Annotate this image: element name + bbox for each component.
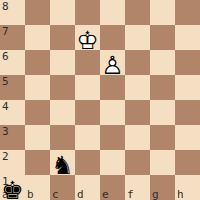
white-pawn-icon: ♙: [100, 50, 125, 75]
square-g6[interactable]: [150, 50, 175, 75]
square-f8[interactable]: [125, 0, 150, 25]
square-e4[interactable]: [100, 100, 125, 125]
square-h7[interactable]: [175, 25, 200, 50]
file-label-h: h: [177, 189, 184, 200]
rank-label-8: 8: [2, 1, 9, 12]
file-label-f: f: [127, 189, 134, 200]
square-g4[interactable]: [150, 100, 175, 125]
square-e2[interactable]: [100, 150, 125, 175]
square-e3[interactable]: [100, 125, 125, 150]
square-b5[interactable]: [25, 75, 50, 100]
black-king-icon: ♚: [0, 175, 25, 200]
square-f2[interactable]: [125, 150, 150, 175]
square-b6[interactable]: [25, 50, 50, 75]
square-f7[interactable]: [125, 25, 150, 50]
square-c5[interactable]: [50, 75, 75, 100]
square-h2[interactable]: [175, 150, 200, 175]
file-label-e: e: [102, 189, 109, 200]
square-g5[interactable]: [150, 75, 175, 100]
square-c2[interactable]: ♞: [50, 150, 75, 175]
piece-black-knight-c2[interactable]: ♞: [50, 150, 75, 175]
square-a1[interactable]: ♚: [0, 175, 25, 200]
rank-label-2: 2: [2, 151, 9, 162]
square-h4[interactable]: [175, 100, 200, 125]
rank-label-4: 4: [2, 101, 9, 112]
square-c6[interactable]: [50, 50, 75, 75]
square-b4[interactable]: [25, 100, 50, 125]
square-c7[interactable]: [50, 25, 75, 50]
piece-white-pawn-e6[interactable]: ♟♙: [100, 50, 125, 75]
square-c3[interactable]: [50, 125, 75, 150]
square-e7[interactable]: [100, 25, 125, 50]
rank-label-6: 6: [2, 51, 9, 62]
black-knight-icon: ♞: [50, 150, 75, 175]
square-d5[interactable]: [75, 75, 100, 100]
rank-label-5: 5: [2, 76, 9, 87]
square-f4[interactable]: [125, 100, 150, 125]
square-h5[interactable]: [175, 75, 200, 100]
file-label-c: c: [52, 189, 59, 200]
piece-black-king-a1[interactable]: ♚: [0, 175, 25, 200]
rank-label-3: 3: [2, 126, 9, 137]
square-g7[interactable]: [150, 25, 175, 50]
square-d7[interactable]: ♚♔: [75, 25, 100, 50]
square-f6[interactable]: [125, 50, 150, 75]
rank-label-7: 7: [2, 26, 9, 37]
square-e6[interactable]: ♟♙: [100, 50, 125, 75]
piece-white-king-d7[interactable]: ♚♔: [75, 25, 100, 50]
chess-board: ♚♔♟♙♞♚87654321abcdefgh: [0, 0, 200, 200]
square-g3[interactable]: [150, 125, 175, 150]
square-f5[interactable]: [125, 75, 150, 100]
square-d4[interactable]: [75, 100, 100, 125]
square-h6[interactable]: [175, 50, 200, 75]
square-d8[interactable]: [75, 0, 100, 25]
square-e8[interactable]: [100, 0, 125, 25]
square-f3[interactable]: [125, 125, 150, 150]
square-b7[interactable]: [25, 25, 50, 50]
square-g2[interactable]: [150, 150, 175, 175]
square-c4[interactable]: [50, 100, 75, 125]
file-label-b: b: [27, 189, 34, 200]
file-label-g: g: [152, 189, 159, 200]
file-label-d: d: [77, 189, 84, 200]
square-d2[interactable]: [75, 150, 100, 175]
square-g8[interactable]: [150, 0, 175, 25]
square-b2[interactable]: [25, 150, 50, 175]
square-b3[interactable]: [25, 125, 50, 150]
square-c8[interactable]: [50, 0, 75, 25]
square-h3[interactable]: [175, 125, 200, 150]
square-d3[interactable]: [75, 125, 100, 150]
square-b8[interactable]: [25, 0, 50, 25]
white-king-icon: ♔: [75, 25, 100, 50]
square-h8[interactable]: [175, 0, 200, 25]
